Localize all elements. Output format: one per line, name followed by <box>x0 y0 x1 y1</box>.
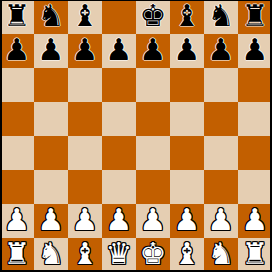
square-c5[interactable] <box>68 102 102 136</box>
white-bishop[interactable]: ♝ <box>72 238 99 271</box>
square-g1[interactable]: ♞ <box>204 238 238 272</box>
square-a5[interactable] <box>0 102 34 136</box>
square-h4[interactable] <box>238 136 272 170</box>
square-h7[interactable]: ♟ <box>238 34 272 68</box>
white-rook[interactable]: ♜ <box>242 238 269 271</box>
square-g2[interactable]: ♟ <box>204 204 238 238</box>
square-e8[interactable]: ♚ <box>136 0 170 34</box>
square-d7[interactable]: ♟ <box>102 34 136 68</box>
square-e2[interactable]: ♟ <box>136 204 170 238</box>
square-f4[interactable] <box>170 136 204 170</box>
square-b6[interactable] <box>34 68 68 102</box>
square-f6[interactable] <box>170 68 204 102</box>
square-h6[interactable] <box>238 68 272 102</box>
square-f2[interactable]: ♟ <box>170 204 204 238</box>
black-pawn[interactable]: ♟ <box>38 34 65 67</box>
chess-board[interactable]: ♜♞♝♚♝♞♜♟♟♟♟♟♟♟♟♟♟♟♟♟♟♟♟♜♞♝♛♚♝♞♜ <box>0 0 272 272</box>
square-b2[interactable]: ♟ <box>34 204 68 238</box>
chess-board-window: ♜♞♝♚♝♞♜♟♟♟♟♟♟♟♟♟♟♟♟♟♟♟♟♜♞♝♛♚♝♞♜ <box>0 0 272 272</box>
square-h5[interactable] <box>238 102 272 136</box>
square-d4[interactable] <box>102 136 136 170</box>
square-d5[interactable] <box>102 102 136 136</box>
square-b1[interactable]: ♞ <box>34 238 68 272</box>
black-pawn[interactable]: ♟ <box>140 34 167 67</box>
square-a8[interactable]: ♜ <box>0 0 34 34</box>
square-f7[interactable]: ♟ <box>170 34 204 68</box>
square-a6[interactable] <box>0 68 34 102</box>
black-knight[interactable]: ♞ <box>208 0 235 33</box>
square-h1[interactable]: ♜ <box>238 238 272 272</box>
square-g4[interactable] <box>204 136 238 170</box>
square-e5[interactable] <box>136 102 170 136</box>
square-h2[interactable]: ♟ <box>238 204 272 238</box>
square-b4[interactable] <box>34 136 68 170</box>
square-c3[interactable] <box>68 170 102 204</box>
white-pawn[interactable]: ♟ <box>140 204 167 237</box>
white-pawn[interactable]: ♟ <box>208 204 235 237</box>
square-b5[interactable] <box>34 102 68 136</box>
black-knight[interactable]: ♞ <box>38 0 65 33</box>
square-d8[interactable] <box>102 0 136 34</box>
square-g6[interactable] <box>204 68 238 102</box>
black-pawn[interactable]: ♟ <box>72 34 99 67</box>
white-pawn[interactable]: ♟ <box>106 204 133 237</box>
square-e6[interactable] <box>136 68 170 102</box>
square-a3[interactable] <box>0 170 34 204</box>
black-pawn[interactable]: ♟ <box>174 34 201 67</box>
white-pawn[interactable]: ♟ <box>242 204 269 237</box>
square-b3[interactable] <box>34 170 68 204</box>
square-c8[interactable]: ♝ <box>68 0 102 34</box>
square-g7[interactable]: ♟ <box>204 34 238 68</box>
white-rook[interactable]: ♜ <box>4 238 31 271</box>
square-f8[interactable]: ♝ <box>170 0 204 34</box>
square-f1[interactable]: ♝ <box>170 238 204 272</box>
black-pawn[interactable]: ♟ <box>242 34 269 67</box>
square-d1[interactable]: ♛ <box>102 238 136 272</box>
square-e7[interactable]: ♟ <box>136 34 170 68</box>
black-pawn[interactable]: ♟ <box>4 34 31 67</box>
black-king[interactable]: ♚ <box>140 0 167 33</box>
square-f5[interactable] <box>170 102 204 136</box>
black-pawn[interactable]: ♟ <box>106 34 133 67</box>
black-bishop[interactable]: ♝ <box>174 0 201 33</box>
square-a4[interactable] <box>0 136 34 170</box>
square-a7[interactable]: ♟ <box>0 34 34 68</box>
square-c7[interactable]: ♟ <box>68 34 102 68</box>
square-a1[interactable]: ♜ <box>0 238 34 272</box>
white-queen[interactable]: ♛ <box>106 238 133 271</box>
square-c1[interactable]: ♝ <box>68 238 102 272</box>
square-c6[interactable] <box>68 68 102 102</box>
square-d6[interactable] <box>102 68 136 102</box>
square-g8[interactable]: ♞ <box>204 0 238 34</box>
white-knight[interactable]: ♞ <box>208 238 235 271</box>
white-pawn[interactable]: ♟ <box>4 204 31 237</box>
black-pawn[interactable]: ♟ <box>208 34 235 67</box>
square-c4[interactable] <box>68 136 102 170</box>
white-pawn[interactable]: ♟ <box>38 204 65 237</box>
white-bishop[interactable]: ♝ <box>174 238 201 271</box>
black-rook[interactable]: ♜ <box>242 0 269 33</box>
black-bishop[interactable]: ♝ <box>72 0 99 33</box>
square-g5[interactable] <box>204 102 238 136</box>
black-rook[interactable]: ♜ <box>4 0 31 33</box>
square-e3[interactable] <box>136 170 170 204</box>
square-d3[interactable] <box>102 170 136 204</box>
square-b7[interactable]: ♟ <box>34 34 68 68</box>
square-d2[interactable]: ♟ <box>102 204 136 238</box>
square-g3[interactable] <box>204 170 238 204</box>
square-h8[interactable]: ♜ <box>238 0 272 34</box>
square-c2[interactable]: ♟ <box>68 204 102 238</box>
white-knight[interactable]: ♞ <box>38 238 65 271</box>
square-e1[interactable]: ♚ <box>136 238 170 272</box>
square-h3[interactable] <box>238 170 272 204</box>
square-f3[interactable] <box>170 170 204 204</box>
white-pawn[interactable]: ♟ <box>174 204 201 237</box>
square-b8[interactable]: ♞ <box>34 0 68 34</box>
square-a2[interactable]: ♟ <box>0 204 34 238</box>
square-e4[interactable] <box>136 136 170 170</box>
white-pawn[interactable]: ♟ <box>72 204 99 237</box>
white-king[interactable]: ♚ <box>140 238 167 271</box>
